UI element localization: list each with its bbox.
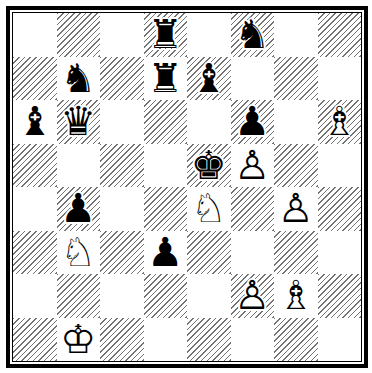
board-frame: ♜♜♞♞♞♞♜♜♝♝♝♝♛♛♟♟♝♗♚♚♟♙♟♟♞♘♟♙♞♘♟♟♟♙♝♗♚♔ [6,6,368,368]
white-knight-e4[interactable]: ♞♘ [187,187,231,231]
square-h5[interactable] [318,144,362,188]
square-e5[interactable]: ♚♚ [187,144,231,188]
piece-glyph: ♗ [274,274,318,318]
piece-glyph: ♝ [187,57,231,101]
square-d5[interactable] [144,144,188,188]
square-e1[interactable] [187,318,231,362]
piece-glyph: ♝ [13,100,57,144]
piece-glyph: ♞ [231,13,275,57]
black-pawn-d3[interactable]: ♟♟ [144,231,188,275]
piece-glyph: ♟ [144,231,188,275]
square-c2[interactable] [100,274,144,318]
square-a8[interactable] [13,13,57,57]
piece-glyph: ♙ [231,274,275,318]
black-pawn-f6[interactable]: ♟♟ [231,100,275,144]
square-f8[interactable]: ♞♞ [231,13,275,57]
square-e4[interactable]: ♞♘ [187,187,231,231]
black-bishop-e7[interactable]: ♝♝ [187,57,231,101]
piece-glyph: ♘ [187,187,231,231]
square-a7[interactable] [13,57,57,101]
square-d7[interactable]: ♜♜ [144,57,188,101]
piece-glyph: ♙ [274,187,318,231]
piece-glyph: ♗ [318,100,362,144]
square-h8[interactable] [318,13,362,57]
black-knight-b7[interactable]: ♞♞ [57,57,101,101]
square-b3[interactable]: ♞♘ [57,231,101,275]
white-pawn-g4[interactable]: ♟♙ [274,187,318,231]
square-h2[interactable] [318,274,362,318]
square-f1[interactable] [231,318,275,362]
square-e7[interactable]: ♝♝ [187,57,231,101]
white-bishop-h6[interactable]: ♝♗ [318,100,362,144]
square-g4[interactable]: ♟♙ [274,187,318,231]
piece-glyph: ♔ [57,318,101,362]
square-h1[interactable] [318,318,362,362]
square-h7[interactable] [318,57,362,101]
piece-glyph: ♛ [57,100,101,144]
square-c8[interactable] [100,13,144,57]
square-d6[interactable] [144,100,188,144]
black-bishop-a6[interactable]: ♝♝ [13,100,57,144]
square-e8[interactable] [187,13,231,57]
square-f5[interactable]: ♟♙ [231,144,275,188]
square-a5[interactable] [13,144,57,188]
square-a3[interactable] [13,231,57,275]
square-h3[interactable] [318,231,362,275]
square-e6[interactable] [187,100,231,144]
square-f3[interactable] [231,231,275,275]
square-e3[interactable] [187,231,231,275]
piece-glyph: ♜ [144,57,188,101]
chess-board: ♜♜♞♞♞♞♜♜♝♝♝♝♛♛♟♟♝♗♚♚♟♙♟♟♞♘♟♙♞♘♟♟♟♙♝♗♚♔ [13,13,361,361]
square-b1[interactable]: ♚♔ [57,318,101,362]
black-pawn-b4[interactable]: ♟♟ [57,187,101,231]
piece-glyph: ♘ [57,231,101,275]
square-c5[interactable] [100,144,144,188]
piece-glyph: ♟ [57,187,101,231]
square-d4[interactable] [144,187,188,231]
square-d8[interactable]: ♜♜ [144,13,188,57]
square-f2[interactable]: ♟♙ [231,274,275,318]
square-g7[interactable] [274,57,318,101]
square-b4[interactable]: ♟♟ [57,187,101,231]
square-c1[interactable] [100,318,144,362]
piece-glyph: ♜ [144,13,188,57]
square-e2[interactable] [187,274,231,318]
square-b5[interactable] [57,144,101,188]
piece-glyph: ♚ [187,144,231,188]
white-bishop-g2[interactable]: ♝♗ [274,274,318,318]
square-a4[interactable] [13,187,57,231]
square-h6[interactable]: ♝♗ [318,100,362,144]
square-f7[interactable] [231,57,275,101]
square-b6[interactable]: ♛♛ [57,100,101,144]
square-c4[interactable] [100,187,144,231]
square-g6[interactable] [274,100,318,144]
black-queen-b6[interactable]: ♛♛ [57,100,101,144]
square-d1[interactable] [144,318,188,362]
black-rook-d8[interactable]: ♜♜ [144,13,188,57]
square-a2[interactable] [13,274,57,318]
piece-glyph: ♟ [231,100,275,144]
square-h4[interactable] [318,187,362,231]
square-g2[interactable]: ♝♗ [274,274,318,318]
square-a1[interactable] [13,318,57,362]
black-king-e5[interactable]: ♚♚ [187,144,231,188]
square-c3[interactable] [100,231,144,275]
white-king-b1[interactable]: ♚♔ [57,318,101,362]
square-b7[interactable]: ♞♞ [57,57,101,101]
square-b8[interactable] [57,13,101,57]
square-g8[interactable] [274,13,318,57]
board-inner-border: ♜♜♞♞♞♞♜♜♝♝♝♝♛♛♟♟♝♗♚♚♟♙♟♟♞♘♟♙♞♘♟♟♟♙♝♗♚♔ [12,12,362,362]
square-g5[interactable] [274,144,318,188]
square-c6[interactable] [100,100,144,144]
white-pawn-f2[interactable]: ♟♙ [231,274,275,318]
piece-glyph: ♞ [57,57,101,101]
white-knight-b3[interactable]: ♞♘ [57,231,101,275]
square-d3[interactable]: ♟♟ [144,231,188,275]
piece-glyph: ♙ [231,144,275,188]
square-c7[interactable] [100,57,144,101]
black-knight-f8[interactable]: ♞♞ [231,13,275,57]
square-b2[interactable] [57,274,101,318]
square-f6[interactable]: ♟♟ [231,100,275,144]
square-f4[interactable] [231,187,275,231]
square-g3[interactable] [274,231,318,275]
square-d2[interactable] [144,274,188,318]
white-pawn-f5[interactable]: ♟♙ [231,144,275,188]
black-rook-d7[interactable]: ♜♜ [144,57,188,101]
square-g1[interactable] [274,318,318,362]
square-a6[interactable]: ♝♝ [13,100,57,144]
